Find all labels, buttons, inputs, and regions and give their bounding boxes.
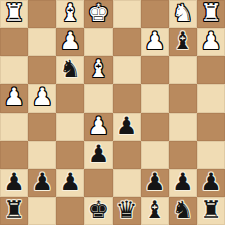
black-pawn-piece[interactable]: ♟ — [3, 169, 25, 196]
square-g6[interactable] — [28, 141, 56, 169]
square-d7[interactable] — [113, 169, 141, 197]
square-b2[interactable]: ♝ — [169, 28, 197, 56]
square-e1[interactable]: ♚ — [84, 0, 112, 28]
square-h2[interactable] — [0, 28, 28, 56]
square-h6[interactable] — [0, 141, 28, 169]
square-h3[interactable] — [0, 56, 28, 84]
black-queen-piece[interactable]: ♛ — [116, 197, 138, 224]
white-pawn-piece[interactable]: ♟ — [60, 28, 82, 55]
square-g3[interactable] — [28, 56, 56, 84]
square-h8[interactable]: ♜ — [0, 197, 28, 225]
white-pawn-piece[interactable]: ♟ — [31, 84, 53, 111]
black-pawn-piece[interactable]: ♟ — [31, 169, 53, 196]
black-bishop-piece[interactable]: ♝ — [144, 197, 166, 224]
square-g1[interactable] — [28, 0, 56, 28]
black-rook-piece[interactable]: ♜ — [200, 197, 222, 224]
white-pawn-piece[interactable]: ♟ — [200, 28, 222, 55]
square-h1[interactable]: ♜ — [0, 0, 28, 28]
square-c7[interactable]: ♟ — [141, 169, 169, 197]
square-d3[interactable] — [113, 56, 141, 84]
square-d1[interactable] — [113, 0, 141, 28]
square-h4[interactable]: ♟ — [0, 84, 28, 112]
black-pawn-piece[interactable]: ♟ — [144, 169, 166, 196]
square-e6[interactable]: ♟ — [84, 141, 112, 169]
square-b6[interactable] — [169, 141, 197, 169]
black-pawn-piece[interactable]: ♟ — [172, 169, 194, 196]
square-a1[interactable]: ♜ — [197, 0, 225, 28]
square-c1[interactable] — [141, 0, 169, 28]
square-f8[interactable] — [56, 197, 84, 225]
square-f7[interactable]: ♟ — [56, 169, 84, 197]
white-pawn-piece[interactable]: ♟ — [88, 113, 110, 140]
square-d8[interactable]: ♛ — [113, 197, 141, 225]
square-a5[interactable] — [197, 113, 225, 141]
square-e2[interactable] — [84, 28, 112, 56]
white-pawn-piece[interactable]: ♟ — [144, 28, 166, 55]
square-d2[interactable] — [113, 28, 141, 56]
square-c3[interactable] — [141, 56, 169, 84]
black-knight-piece[interactable]: ♞ — [172, 197, 194, 224]
white-rook-piece[interactable]: ♜ — [3, 0, 25, 27]
square-d4[interactable] — [113, 84, 141, 112]
square-d6[interactable] — [113, 141, 141, 169]
square-b1[interactable]: ♞ — [169, 0, 197, 28]
square-e7[interactable] — [84, 169, 112, 197]
square-f6[interactable] — [56, 141, 84, 169]
white-king-piece[interactable]: ♚ — [88, 0, 110, 27]
white-knight-piece[interactable]: ♞ — [172, 0, 194, 27]
square-f1[interactable]: ♝ — [56, 0, 84, 28]
square-c6[interactable] — [141, 141, 169, 169]
square-c8[interactable]: ♝ — [141, 197, 169, 225]
square-b7[interactable]: ♟ — [169, 169, 197, 197]
square-b5[interactable] — [169, 113, 197, 141]
square-f4[interactable] — [56, 84, 84, 112]
square-g7[interactable]: ♟ — [28, 169, 56, 197]
white-pawn-piece[interactable]: ♟ — [3, 84, 25, 111]
black-bishop-piece[interactable]: ♝ — [172, 28, 194, 55]
black-knight-piece[interactable]: ♞ — [60, 56, 82, 83]
square-e8[interactable]: ♚ — [84, 197, 112, 225]
square-d5[interactable]: ♟ — [113, 113, 141, 141]
square-a7[interactable]: ♟ — [197, 169, 225, 197]
square-f2[interactable]: ♟ — [56, 28, 84, 56]
square-b3[interactable] — [169, 56, 197, 84]
square-b4[interactable] — [169, 84, 197, 112]
square-h5[interactable] — [0, 113, 28, 141]
square-a3[interactable] — [197, 56, 225, 84]
chess-board-container: ♜♝♚♞♜♟♟♝♟♞♝♟♟♟♟♟♟♟♟♟♟♟♜♚♛♝♞♜ — [0, 0, 225, 225]
square-f3[interactable]: ♞ — [56, 56, 84, 84]
square-f5[interactable] — [56, 113, 84, 141]
black-king-piece[interactable]: ♚ — [88, 197, 110, 224]
square-a2[interactable]: ♟ — [197, 28, 225, 56]
square-a4[interactable] — [197, 84, 225, 112]
square-c4[interactable] — [141, 84, 169, 112]
square-b8[interactable]: ♞ — [169, 197, 197, 225]
black-pawn-piece[interactable]: ♟ — [88, 141, 110, 168]
square-c2[interactable]: ♟ — [141, 28, 169, 56]
square-a8[interactable]: ♜ — [197, 197, 225, 225]
square-g8[interactable] — [28, 197, 56, 225]
white-rook-piece[interactable]: ♜ — [200, 0, 222, 27]
square-e5[interactable]: ♟ — [84, 113, 112, 141]
square-e4[interactable] — [84, 84, 112, 112]
square-h7[interactable]: ♟ — [0, 169, 28, 197]
square-g4[interactable]: ♟ — [28, 84, 56, 112]
square-g5[interactable] — [28, 113, 56, 141]
black-pawn-piece[interactable]: ♟ — [116, 113, 138, 140]
black-rook-piece[interactable]: ♜ — [3, 197, 25, 224]
square-a6[interactable] — [197, 141, 225, 169]
chess-board: ♜♝♚♞♜♟♟♝♟♞♝♟♟♟♟♟♟♟♟♟♟♟♜♚♛♝♞♜ — [0, 0, 225, 225]
white-bishop-piece[interactable]: ♝ — [88, 56, 110, 83]
square-e3[interactable]: ♝ — [84, 56, 112, 84]
black-pawn-piece[interactable]: ♟ — [60, 169, 82, 196]
white-bishop-piece[interactable]: ♝ — [60, 0, 82, 27]
black-pawn-piece[interactable]: ♟ — [200, 169, 222, 196]
square-g2[interactable] — [28, 28, 56, 56]
square-c5[interactable] — [141, 113, 169, 141]
